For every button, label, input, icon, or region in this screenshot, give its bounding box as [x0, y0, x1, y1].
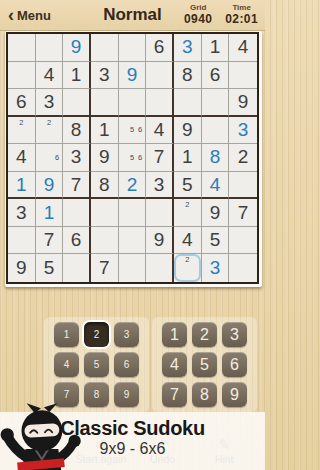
cell-r2c1[interactable] [8, 62, 36, 90]
number-pad-key-5[interactable]: 5 [192, 352, 217, 377]
cell-r7c8[interactable]: 9 [202, 199, 230, 227]
pencil-pad-key-5[interactable]: 5 [84, 352, 109, 377]
cell-r5c7[interactable]: 1 [174, 144, 202, 172]
pencil-marks: 56 [120, 145, 145, 170]
cell-r6c1[interactable]: 1 [8, 172, 36, 200]
paper-sheet: 9631441398663922815649346395671821978235… [5, 31, 262, 287]
cell-r7c9[interactable]: 7 [229, 199, 257, 227]
cell-r5c5[interactable]: 56 [119, 144, 147, 172]
cell-r7c1[interactable]: 3 [8, 199, 36, 227]
cell-r9c2[interactable]: 5 [36, 254, 64, 282]
cell-r3c2[interactable]: 3 [36, 89, 64, 117]
cell-r2c3[interactable]: 1 [63, 62, 91, 90]
cell-r8c5[interactable] [119, 227, 147, 255]
pencil-pad-key-1[interactable]: 1 [54, 322, 79, 347]
cell-r7c7[interactable]: 2 [174, 199, 202, 227]
cell-r4c8[interactable] [202, 117, 230, 145]
pencil-marks: 2 [37, 118, 62, 143]
number-keypad: 123456789 [152, 317, 257, 412]
top-bar: ‹ Menu Normal Grid 0940 Time 02:01 [0, 0, 265, 30]
cell-r9c6[interactable] [146, 254, 174, 282]
cell-r7c2[interactable]: 1 [36, 199, 64, 227]
number-pad-key-4[interactable]: 4 [162, 352, 187, 377]
cell-r6c2[interactable]: 9 [36, 172, 64, 200]
cell-r6c9[interactable] [229, 172, 257, 200]
cell-r4c3[interactable]: 8 [63, 117, 91, 145]
cell-r4c4[interactable]: 1 [91, 117, 119, 145]
cell-r7c4[interactable] [91, 199, 119, 227]
cell-r9c7-selected[interactable]: 2 [174, 254, 202, 282]
cell-r8c8[interactable]: 5 [202, 227, 230, 255]
cell-r7c5[interactable] [119, 199, 147, 227]
cell-r9c4[interactable]: 7 [91, 254, 119, 282]
number-pad-key-6[interactable]: 6 [222, 352, 247, 377]
pencil-pad-key-3[interactable]: 3 [114, 322, 139, 347]
cell-r8c2[interactable]: 7 [36, 227, 64, 255]
cell-r3c8[interactable] [202, 89, 230, 117]
pencil-marks: 6 [37, 145, 62, 170]
pencil-marks: 2 [175, 255, 200, 281]
cell-r1c5[interactable] [119, 34, 147, 62]
cell-r5c6[interactable]: 7 [146, 144, 174, 172]
cell-r8c3[interactable]: 6 [63, 227, 91, 255]
cell-r5c1[interactable]: 4 [8, 144, 36, 172]
cell-r4c9[interactable]: 3 [229, 117, 257, 145]
cell-r6c5[interactable]: 2 [119, 172, 147, 200]
cell-r1c2[interactable] [36, 34, 64, 62]
cell-r1c6[interactable]: 6 [146, 34, 174, 62]
cell-r5c8[interactable]: 8 [202, 144, 230, 172]
cell-r1c1[interactable] [8, 34, 36, 62]
cell-r9c8[interactable]: 3 [202, 254, 230, 282]
cell-r3c6[interactable] [146, 89, 174, 117]
cell-r5c2[interactable]: 6 [36, 144, 64, 172]
cell-r2c2[interactable]: 4 [36, 62, 64, 90]
cell-r6c7[interactable]: 5 [174, 172, 202, 200]
timer-stat: Time 02:01 [225, 3, 258, 26]
header-stats: Grid 0940 Time 02:01 [184, 3, 258, 26]
timer-label: Time [225, 3, 258, 12]
cell-r3c9[interactable]: 9 [229, 89, 257, 117]
cell-r2c4[interactable]: 3 [91, 62, 119, 90]
cell-r6c3[interactable]: 7 [63, 172, 91, 200]
pencil-keypad: 123456789 [44, 317, 149, 412]
cell-r6c6[interactable]: 3 [146, 172, 174, 200]
keypad-section: 123456789 123456789 [0, 317, 265, 412]
cell-r9c1[interactable]: 9 [8, 254, 36, 282]
grid-number-stat: Grid 0940 [184, 3, 212, 26]
pencil-marks: 56 [120, 118, 145, 143]
cell-r3c1[interactable]: 6 [8, 89, 36, 117]
pencil-marks: 2 [9, 118, 34, 143]
cell-r4c2[interactable]: 2 [36, 117, 64, 145]
cell-r4c6[interactable]: 4 [146, 117, 174, 145]
pencil-pad-key-6[interactable]: 6 [114, 352, 139, 377]
cell-r9c5[interactable] [119, 254, 147, 282]
cell-r6c4[interactable]: 8 [91, 172, 119, 200]
number-pad-key-2[interactable]: 2 [192, 322, 217, 347]
cell-r8c7[interactable]: 4 [174, 227, 202, 255]
cell-r9c3[interactable] [63, 254, 91, 282]
cell-r3c5[interactable] [119, 89, 147, 117]
cell-r8c9[interactable] [229, 227, 257, 255]
cell-r5c4[interactable]: 9 [91, 144, 119, 172]
cell-r2c7[interactable]: 8 [174, 62, 202, 90]
cell-r1c9[interactable]: 4 [229, 34, 257, 62]
cell-r9c9[interactable] [229, 254, 257, 282]
number-pad-key-1[interactable]: 1 [162, 322, 187, 347]
cell-r3c7[interactable] [174, 89, 202, 117]
cell-r1c8[interactable]: 1 [202, 34, 230, 62]
cell-r1c7[interactable]: 3 [174, 34, 202, 62]
cell-r7c6[interactable] [146, 199, 174, 227]
cell-r4c1[interactable]: 2 [8, 117, 36, 145]
pencil-marks: 2 [175, 200, 200, 225]
cell-r1c4[interactable] [91, 34, 119, 62]
cell-r4c5[interactable]: 56 [119, 117, 147, 145]
number-pad-key-8[interactable]: 8 [192, 382, 217, 407]
timer-value: 02:01 [225, 12, 258, 26]
cell-r2c8[interactable]: 6 [202, 62, 230, 90]
cell-r3c4[interactable] [91, 89, 119, 117]
cell-r7c3[interactable] [63, 199, 91, 227]
cell-r8c1[interactable] [8, 227, 36, 255]
number-pad-key-9[interactable]: 9 [222, 382, 247, 407]
cell-r2c5[interactable]: 9 [119, 62, 147, 90]
number-pad-key-3[interactable]: 3 [222, 322, 247, 347]
pencil-pad-key-9[interactable]: 9 [114, 382, 139, 407]
grid-number-label: Grid [184, 3, 212, 12]
grid-number-value: 0940 [184, 12, 212, 26]
cell-r8c6[interactable]: 9 [146, 227, 174, 255]
cell-r6c8[interactable]: 4 [202, 172, 230, 200]
promo-banner[interactable]: Classic Sudoku 9x9 - 6x6 [0, 412, 265, 470]
pencil-pad-key-4[interactable]: 4 [54, 352, 79, 377]
cell-r3c3[interactable] [63, 89, 91, 117]
cell-r2c6[interactable] [146, 62, 174, 90]
cell-r8c4[interactable] [91, 227, 119, 255]
sudoku-board: 9631441398663922815649346395671821978235… [6, 32, 259, 284]
ninja-mascot [0, 402, 92, 470]
pencil-pad-key-2[interactable]: 2 [84, 322, 109, 347]
cell-r4c7[interactable]: 9 [174, 117, 202, 145]
cell-r5c3[interactable]: 3 [63, 144, 91, 172]
cell-r5c9[interactable]: 2 [229, 144, 257, 172]
cell-r2c9[interactable] [229, 62, 257, 90]
cell-r1c3[interactable]: 9 [63, 34, 91, 62]
number-pad-key-7[interactable]: 7 [162, 382, 187, 407]
